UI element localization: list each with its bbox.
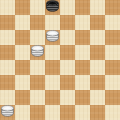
square-f7 bbox=[75, 15, 90, 30]
square-b1 bbox=[15, 105, 30, 120]
square-e3[interactable] bbox=[60, 75, 75, 90]
square-e7[interactable] bbox=[60, 15, 75, 30]
square-h2[interactable] bbox=[105, 90, 120, 105]
square-e2 bbox=[60, 90, 75, 105]
square-f5 bbox=[75, 45, 90, 60]
white-man-icon bbox=[46, 29, 59, 43]
square-h8[interactable] bbox=[105, 0, 120, 15]
square-f3 bbox=[75, 75, 90, 90]
square-g1[interactable] bbox=[90, 105, 105, 120]
square-b5 bbox=[15, 45, 30, 60]
square-c3[interactable] bbox=[30, 75, 45, 90]
square-d5 bbox=[45, 45, 60, 60]
white-man-icon bbox=[1, 104, 14, 118]
square-a7[interactable] bbox=[0, 15, 15, 30]
square-d3 bbox=[45, 75, 60, 90]
white-man[interactable] bbox=[1, 104, 14, 118]
square-g5[interactable] bbox=[90, 45, 105, 60]
square-h3 bbox=[105, 75, 120, 90]
square-e5[interactable] bbox=[60, 45, 75, 60]
square-c1[interactable] bbox=[30, 105, 45, 120]
square-d1 bbox=[45, 105, 60, 120]
square-g2 bbox=[90, 90, 105, 105]
checkers-board bbox=[0, 0, 120, 120]
square-h7 bbox=[105, 15, 120, 30]
square-g6 bbox=[90, 30, 105, 45]
square-h5 bbox=[105, 45, 120, 60]
square-b7 bbox=[15, 15, 30, 30]
square-b4[interactable] bbox=[15, 60, 30, 75]
square-h6[interactable] bbox=[105, 30, 120, 45]
square-d2[interactable] bbox=[45, 90, 60, 105]
white-man[interactable] bbox=[46, 29, 59, 43]
square-c8 bbox=[30, 0, 45, 15]
square-f8[interactable] bbox=[75, 0, 90, 15]
square-f6[interactable] bbox=[75, 30, 90, 45]
square-e4 bbox=[60, 60, 75, 75]
square-a2 bbox=[0, 90, 15, 105]
square-b8[interactable] bbox=[15, 0, 30, 15]
square-h4[interactable] bbox=[105, 60, 120, 75]
square-g7[interactable] bbox=[90, 15, 105, 30]
white-man[interactable] bbox=[31, 44, 44, 58]
square-a6 bbox=[0, 30, 15, 45]
square-b2[interactable] bbox=[15, 90, 30, 105]
black-man-icon bbox=[46, 0, 59, 13]
square-d7 bbox=[45, 15, 60, 30]
square-f1 bbox=[75, 105, 90, 120]
square-g8 bbox=[90, 0, 105, 15]
square-e1[interactable] bbox=[60, 105, 75, 120]
square-c7[interactable] bbox=[30, 15, 45, 30]
square-g3[interactable] bbox=[90, 75, 105, 90]
square-b6[interactable] bbox=[15, 30, 30, 45]
square-f4[interactable] bbox=[75, 60, 90, 75]
square-f2[interactable] bbox=[75, 90, 90, 105]
square-c2 bbox=[30, 90, 45, 105]
black-man[interactable] bbox=[46, 0, 59, 13]
square-e8 bbox=[60, 0, 75, 15]
square-d4[interactable] bbox=[45, 60, 60, 75]
white-man-icon bbox=[31, 44, 44, 58]
square-a3[interactable] bbox=[0, 75, 15, 90]
square-h1 bbox=[105, 105, 120, 120]
square-a5[interactable] bbox=[0, 45, 15, 60]
square-e6 bbox=[60, 30, 75, 45]
square-g4 bbox=[90, 60, 105, 75]
square-c6 bbox=[30, 30, 45, 45]
square-c4 bbox=[30, 60, 45, 75]
square-b3 bbox=[15, 75, 30, 90]
square-a8 bbox=[0, 0, 15, 15]
square-a4 bbox=[0, 60, 15, 75]
